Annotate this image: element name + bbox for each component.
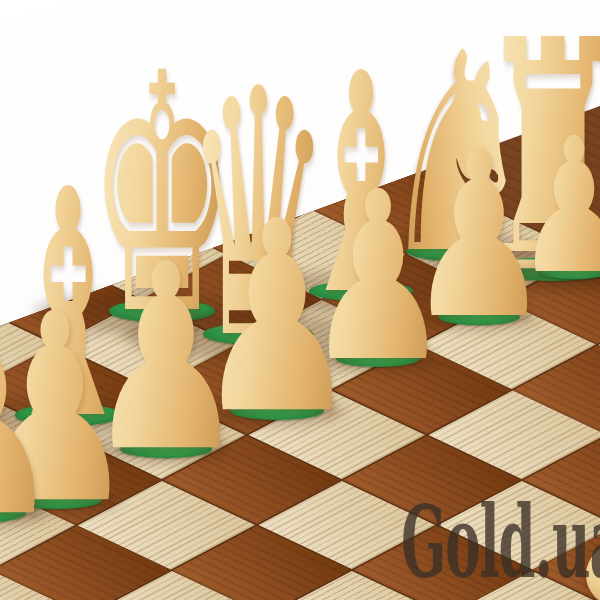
watermark-logo: Gold.ua: [401, 492, 600, 592]
chess-set-product-photo: ♟♟♝♚♟♛♟♝♟♞♟♜♟ Gold.ua: [0, 0, 600, 600]
